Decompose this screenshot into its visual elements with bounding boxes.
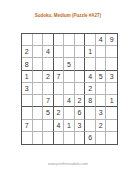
- cell-r5c9[interactable]: [106, 83, 117, 95]
- cell-r3c8[interactable]: [96, 58, 107, 70]
- cell-r3c1[interactable]: 8: [22, 58, 33, 70]
- cell-r7c5[interactable]: [64, 107, 75, 119]
- cell-r5c6[interactable]: [75, 83, 86, 95]
- sudoku-board: 492418512745332742815263741326: [21, 33, 118, 145]
- cell-r1c5[interactable]: [64, 34, 75, 46]
- cell-r9c7[interactable]: 6: [85, 132, 96, 144]
- cell-r1c9[interactable]: 9: [106, 34, 117, 46]
- cell-r3c3[interactable]: [43, 58, 54, 70]
- cell-r6c6[interactable]: 2: [75, 95, 86, 107]
- cell-r7c4[interactable]: 2: [54, 107, 65, 119]
- cell-r9c1[interactable]: [22, 132, 33, 144]
- cell-r7c2[interactable]: [33, 107, 44, 119]
- cell-r3c5[interactable]: 5: [64, 58, 75, 70]
- cell-r2c6[interactable]: [75, 46, 86, 58]
- cell-r2c1[interactable]: 2: [22, 46, 33, 58]
- cell-r4c8[interactable]: 5: [96, 71, 107, 83]
- cell-r7c9[interactable]: [106, 107, 117, 119]
- cell-r8c6[interactable]: 3: [75, 120, 86, 132]
- cell-r9c8[interactable]: [96, 132, 107, 144]
- cell-r6c8[interactable]: [96, 95, 107, 107]
- cell-r4c7[interactable]: 4: [85, 71, 96, 83]
- cell-r9c2[interactable]: [33, 132, 44, 144]
- cell-r3c4[interactable]: [54, 58, 65, 70]
- cell-r3c9[interactable]: [106, 58, 117, 70]
- cell-r8c8[interactable]: 2: [96, 120, 107, 132]
- cell-r2c2[interactable]: [33, 46, 44, 58]
- cell-r2c8[interactable]: [96, 46, 107, 58]
- cell-r5c5[interactable]: [64, 83, 75, 95]
- cell-r5c3[interactable]: [43, 83, 54, 95]
- cell-r1c6[interactable]: [75, 34, 86, 46]
- cell-r8c2[interactable]: [33, 120, 44, 132]
- cell-r5c1[interactable]: 3: [22, 83, 33, 95]
- cell-r5c2[interactable]: [33, 83, 44, 95]
- cell-r6c7[interactable]: 8: [85, 95, 96, 107]
- cell-r6c9[interactable]: 1: [106, 95, 117, 107]
- cell-r6c2[interactable]: [33, 95, 44, 107]
- cell-r8c5[interactable]: 1: [64, 120, 75, 132]
- cell-r9c6[interactable]: [75, 132, 86, 144]
- cell-r2c4[interactable]: [54, 46, 65, 58]
- sudoku-sheet: Sudoku, Medium (Puzzle #A27) 49241851274…: [0, 0, 136, 176]
- cell-r7c6[interactable]: 6: [75, 107, 86, 119]
- cell-r2c7[interactable]: 1: [85, 46, 96, 58]
- cell-r4c3[interactable]: 2: [43, 71, 54, 83]
- cell-r4c5[interactable]: [64, 71, 75, 83]
- cell-r7c7[interactable]: [85, 107, 96, 119]
- cell-r1c4[interactable]: [54, 34, 65, 46]
- cell-r2c3[interactable]: 4: [43, 46, 54, 58]
- cell-r3c7[interactable]: [85, 58, 96, 70]
- cell-r1c3[interactable]: [43, 34, 54, 46]
- cell-r8c3[interactable]: [43, 120, 54, 132]
- cell-r3c6[interactable]: [75, 58, 86, 70]
- cell-r1c8[interactable]: 4: [96, 34, 107, 46]
- cell-r6c4[interactable]: [54, 95, 65, 107]
- cell-r5c7[interactable]: 2: [85, 83, 96, 95]
- cell-r4c1[interactable]: 1: [22, 71, 33, 83]
- cell-r9c5[interactable]: [64, 132, 75, 144]
- cell-r9c3[interactable]: [43, 132, 54, 144]
- cell-r6c3[interactable]: 7: [43, 95, 54, 107]
- cell-r4c2[interactable]: [33, 71, 44, 83]
- cell-r7c8[interactable]: 3: [96, 107, 107, 119]
- cell-r4c6[interactable]: [75, 71, 86, 83]
- cell-r2c9[interactable]: [106, 46, 117, 58]
- cell-r8c7[interactable]: [85, 120, 96, 132]
- cell-r9c4[interactable]: [54, 132, 65, 144]
- cell-r5c4[interactable]: [54, 83, 65, 95]
- cell-r6c1[interactable]: [22, 95, 33, 107]
- cell-r4c4[interactable]: 7: [54, 71, 65, 83]
- footer-url: www.printfreesudoku.com: [0, 162, 136, 166]
- cell-r9c9[interactable]: [106, 132, 117, 144]
- cell-r5c8[interactable]: [96, 83, 107, 95]
- cell-r1c1[interactable]: [22, 34, 33, 46]
- cell-r8c4[interactable]: 4: [54, 120, 65, 132]
- cell-r8c9[interactable]: [106, 120, 117, 132]
- cell-r6c5[interactable]: 4: [64, 95, 75, 107]
- page-title: Sudoku, Medium (Puzzle #A27): [0, 13, 136, 18]
- cell-r1c7[interactable]: [85, 34, 96, 46]
- cell-r7c3[interactable]: 5: [43, 107, 54, 119]
- cell-r7c1[interactable]: [22, 107, 33, 119]
- cell-r1c2[interactable]: [33, 34, 44, 46]
- cell-r8c1[interactable]: 7: [22, 120, 33, 132]
- cell-r2c5[interactable]: [64, 46, 75, 58]
- cell-r3c2[interactable]: [33, 58, 44, 70]
- cell-r4c9[interactable]: 3: [106, 71, 117, 83]
